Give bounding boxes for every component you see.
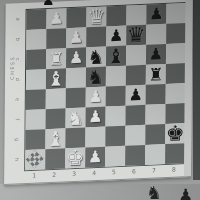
piece-bR-d7: ♜ [148, 64, 163, 85]
square-a3 [66, 7, 86, 28]
square-a7: ♟ [146, 4, 166, 25]
square-g6 [125, 125, 145, 146]
captured-piece-bottom-2: ♟ [178, 185, 193, 200]
square-a1 [26, 9, 46, 30]
square-h5 [105, 146, 125, 167]
square-f5 [105, 106, 125, 127]
square-f6 [125, 105, 145, 126]
checkered-diamond-logo [26, 150, 44, 168]
rank-label-1: 1 [29, 172, 39, 179]
piece-bN-d4: ♞ [87, 67, 104, 88]
square-e1 [26, 89, 46, 110]
square-f2 [46, 108, 66, 129]
square-g8: ♚ [165, 123, 185, 144]
square-a6 [126, 5, 146, 26]
square-a4: ♛ [86, 6, 106, 27]
chessboard-photo: CHESS abcdefgh 12345678 ♟♛♟♟♟♛♜♟♞♝♟♝♞♜♟♟… [0, 0, 200, 200]
square-g7 [145, 124, 165, 145]
square-h2 [45, 148, 65, 169]
square-g5 [105, 126, 125, 147]
square-g4 [85, 127, 105, 148]
piece-bP-c7: ♟ [149, 44, 164, 65]
square-d5 [106, 66, 126, 87]
square-b3: ♟ [66, 27, 86, 48]
square-a5 [106, 6, 126, 27]
square-d1 [26, 69, 46, 90]
piece-bN-c4: ♞ [87, 47, 104, 68]
square-f7 [145, 104, 165, 125]
piece-wR-c2: ♜ [48, 48, 63, 69]
table-dark-edge [193, 0, 200, 180]
rank-label-7: 7 [149, 166, 159, 173]
square-d8 [166, 63, 186, 84]
square-b7 [146, 24, 166, 45]
square-b4 [86, 26, 106, 47]
square-a8 [166, 3, 186, 24]
square-h7 [145, 144, 165, 165]
piece-wQ-a4: ♛ [87, 6, 106, 27]
file-label-a: a [14, 15, 22, 23]
rank-label-3: 3 [69, 170, 79, 177]
file-label-h: h [13, 155, 21, 163]
square-c5: ♝ [106, 46, 126, 67]
piece-bB-c5: ♝ [107, 46, 125, 67]
piece-bQ-b6: ♛ [127, 25, 146, 46]
piece-bP-e6: ♟ [128, 85, 143, 106]
square-f4: ♟ [85, 107, 105, 128]
square-g2: ♝ [45, 128, 65, 149]
square-e5 [106, 86, 126, 107]
square-d7: ♜ [146, 64, 166, 85]
rank-label-4: 4 [89, 169, 99, 176]
table-below-board [0, 184, 200, 200]
file-label-f: f [14, 115, 22, 123]
square-e7 [146, 84, 166, 105]
square-c3: ♟ [66, 47, 86, 68]
square-b1 [26, 29, 46, 50]
rank-label-5: 5 [109, 168, 119, 175]
square-g3 [65, 127, 85, 148]
piece-wK-h3: ♚ [66, 148, 85, 169]
piece-wP-f4: ♟ [88, 107, 103, 128]
square-c7: ♟ [146, 44, 166, 65]
file-label-b: b [14, 35, 22, 43]
square-c4: ♞ [86, 46, 106, 67]
square-h6 [125, 145, 145, 166]
captured-piece-top-left: ♟ [42, 0, 55, 8]
square-f8 [165, 103, 185, 124]
square-e3 [66, 87, 86, 108]
square-d4: ♞ [86, 67, 106, 88]
square-c1 [26, 49, 46, 70]
file-label-d: d [14, 75, 22, 83]
captured-piece-bottom-1: ♞ [146, 182, 162, 200]
piece-bP-b5: ♟ [109, 26, 124, 47]
square-d6 [126, 65, 146, 86]
piece-wP-h4: ♟ [88, 147, 103, 168]
square-b8 [166, 23, 186, 44]
square-b5: ♟ [106, 26, 126, 47]
square-d2: ♝ [46, 68, 66, 89]
piece-bK-g8: ♚ [166, 123, 185, 144]
square-e6: ♟ [126, 85, 146, 106]
square-e4: ♟ [86, 87, 106, 108]
piece-bP-a7: ♟ [149, 4, 164, 25]
square-e8 [166, 83, 186, 104]
square-h4: ♟ [85, 147, 105, 168]
square-h1 [25, 149, 45, 170]
piece-wP-c3: ♟ [69, 47, 84, 68]
piece-wB-g2: ♝ [46, 128, 64, 149]
square-a2: ♟ [46, 8, 66, 29]
square-f1 [26, 109, 46, 130]
square-h3: ♚ [65, 147, 85, 168]
piece-wN-f3: ♞ [67, 108, 84, 129]
square-e2 [46, 88, 66, 109]
square-h8 [165, 143, 185, 164]
square-b2 [46, 28, 66, 49]
file-label-c: c [14, 55, 22, 63]
square-c6 [126, 45, 146, 66]
square-d3 [66, 67, 86, 88]
file-label-g: g [13, 135, 21, 143]
square-g1 [25, 129, 45, 150]
rank-label-8: 8 [169, 165, 179, 172]
chess-board: CHESS abcdefgh 12345678 ♟♛♟♟♟♛♜♟♞♝♟♝♞♜♟♟… [4, 0, 192, 185]
piece-wP-a2: ♟ [49, 8, 64, 29]
piece-wB-d2: ♝ [47, 68, 65, 89]
square-f3: ♞ [66, 107, 86, 128]
piece-wP-b3: ♟ [69, 27, 84, 48]
file-label-e: e [14, 95, 22, 103]
rank-label-2: 2 [49, 171, 59, 178]
piece-wP-e4: ♟ [88, 87, 103, 108]
board-grid: ♟♛♟♟♟♛♜♟♞♝♟♝♞♜♟♟♞♟♝♚♚♟ [24, 2, 187, 171]
square-c2: ♜ [46, 48, 66, 69]
square-b6: ♛ [126, 25, 146, 46]
rank-label-6: 6 [129, 167, 139, 174]
square-c8 [166, 43, 186, 64]
